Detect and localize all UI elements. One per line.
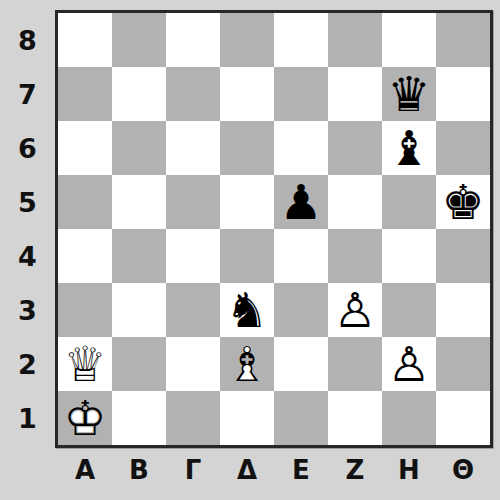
square-h2[interactable]: [436, 337, 490, 391]
square-a7[interactable]: [58, 67, 112, 121]
square-d7[interactable]: [220, 67, 274, 121]
black-queen[interactable]: ♛: [382, 67, 436, 121]
square-c3[interactable]: [166, 283, 220, 337]
square-e4[interactable]: [274, 229, 328, 283]
white-bishop[interactable]: ♝♗: [220, 337, 274, 391]
square-h7[interactable]: [436, 67, 490, 121]
file-label-theta: Θ: [436, 450, 490, 490]
square-d5[interactable]: [220, 175, 274, 229]
square-h3[interactable]: [436, 283, 490, 337]
square-f5[interactable]: [328, 175, 382, 229]
square-a3[interactable]: [58, 283, 112, 337]
piece-glyph: ♟: [274, 175, 328, 229]
black-pawn[interactable]: ♟: [274, 175, 328, 229]
square-f4[interactable]: [328, 229, 382, 283]
white-pawn[interactable]: ♟♙: [328, 283, 382, 337]
square-f8[interactable]: [328, 13, 382, 67]
square-a5[interactable]: [58, 175, 112, 229]
file-label-gamma: Γ: [166, 450, 220, 490]
piece-outline: ♙: [382, 337, 436, 391]
rank-label-8: 8: [0, 13, 55, 67]
rank-label-3: 3: [0, 283, 55, 337]
file-label-alpha: Α: [58, 450, 112, 490]
piece-glyph: ♚: [436, 175, 490, 229]
piece-glyph: ♝: [382, 121, 436, 175]
rank-label-7: 7: [0, 67, 55, 121]
white-queen[interactable]: ♛♕: [58, 337, 112, 391]
square-e8[interactable]: [274, 13, 328, 67]
rank-label-6: 6: [0, 121, 55, 175]
piece-glyph: ♞: [220, 283, 274, 337]
square-d2[interactable]: ♝♗: [220, 337, 274, 391]
file-label-eta: Η: [382, 450, 436, 490]
square-e3[interactable]: [274, 283, 328, 337]
piece-outline: ♕: [58, 337, 112, 391]
file-label-delta: Δ: [220, 450, 274, 490]
square-g5[interactable]: [382, 175, 436, 229]
chess-board: ♛♝♟♚♞♟♙♛♕♝♗♟♙♚♔: [55, 10, 493, 448]
square-g6[interactable]: ♝: [382, 121, 436, 175]
square-d1[interactable]: [220, 391, 274, 445]
square-c5[interactable]: [166, 175, 220, 229]
square-b5[interactable]: [112, 175, 166, 229]
square-e6[interactable]: [274, 121, 328, 175]
square-d8[interactable]: [220, 13, 274, 67]
square-b2[interactable]: [112, 337, 166, 391]
file-labels: Α Β Γ Δ Ε Ζ Η Θ: [58, 450, 490, 490]
rank-label-5: 5: [0, 175, 55, 229]
piece-outline: ♙: [328, 283, 382, 337]
square-d3[interactable]: ♞: [220, 283, 274, 337]
square-h6[interactable]: [436, 121, 490, 175]
square-a8[interactable]: [58, 13, 112, 67]
square-g7[interactable]: ♛: [382, 67, 436, 121]
square-c6[interactable]: [166, 121, 220, 175]
rank-label-2: 2: [0, 337, 55, 391]
white-king[interactable]: ♚♔: [58, 391, 112, 445]
black-bishop[interactable]: ♝: [382, 121, 436, 175]
square-g4[interactable]: [382, 229, 436, 283]
square-b3[interactable]: [112, 283, 166, 337]
square-c2[interactable]: [166, 337, 220, 391]
square-g8[interactable]: [382, 13, 436, 67]
square-b1[interactable]: [112, 391, 166, 445]
square-f3[interactable]: ♟♙: [328, 283, 382, 337]
white-pawn[interactable]: ♟♙: [382, 337, 436, 391]
square-f2[interactable]: [328, 337, 382, 391]
file-label-epsilon: Ε: [274, 450, 328, 490]
square-e7[interactable]: [274, 67, 328, 121]
square-g3[interactable]: [382, 283, 436, 337]
square-f1[interactable]: [328, 391, 382, 445]
square-g2[interactable]: ♟♙: [382, 337, 436, 391]
square-f6[interactable]: [328, 121, 382, 175]
chess-diagram: 8 7 6 5 4 3 2 1 ♛♝♟♚♞♟♙♛♕♝♗♟♙♚♔ Α Β Γ Δ …: [0, 0, 500, 500]
square-h4[interactable]: [436, 229, 490, 283]
square-b6[interactable]: [112, 121, 166, 175]
square-h5[interactable]: ♚: [436, 175, 490, 229]
square-c7[interactable]: [166, 67, 220, 121]
square-f7[interactable]: [328, 67, 382, 121]
square-b4[interactable]: [112, 229, 166, 283]
square-e5[interactable]: ♟: [274, 175, 328, 229]
square-d6[interactable]: [220, 121, 274, 175]
rank-labels: 8 7 6 5 4 3 2 1: [0, 13, 55, 445]
square-e1[interactable]: [274, 391, 328, 445]
square-a1[interactable]: ♚♔: [58, 391, 112, 445]
square-b8[interactable]: [112, 13, 166, 67]
piece-outline: ♔: [58, 391, 112, 445]
square-c4[interactable]: [166, 229, 220, 283]
square-c1[interactable]: [166, 391, 220, 445]
file-label-zeta: Ζ: [328, 450, 382, 490]
square-b7[interactable]: [112, 67, 166, 121]
file-label-beta: Β: [112, 450, 166, 490]
square-g1[interactable]: [382, 391, 436, 445]
piece-outline: ♗: [220, 337, 274, 391]
square-h1[interactable]: [436, 391, 490, 445]
piece-glyph: ♛: [382, 67, 436, 121]
square-a4[interactable]: [58, 229, 112, 283]
square-c8[interactable]: [166, 13, 220, 67]
black-king[interactable]: ♚: [436, 175, 490, 229]
square-d4[interactable]: [220, 229, 274, 283]
square-e2[interactable]: [274, 337, 328, 391]
square-h8[interactable]: [436, 13, 490, 67]
black-knight[interactable]: ♞: [220, 283, 274, 337]
square-a6[interactable]: [58, 121, 112, 175]
rank-label-1: 1: [0, 391, 55, 445]
square-a2[interactable]: ♛♕: [58, 337, 112, 391]
rank-label-4: 4: [0, 229, 55, 283]
